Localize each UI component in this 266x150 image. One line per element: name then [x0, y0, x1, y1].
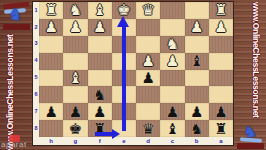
piece-white-pawn: ♟ — [44, 19, 57, 35]
square-a8: ♜ — [209, 120, 233, 137]
square-g1: ♞ — [63, 2, 87, 19]
square-f3 — [88, 36, 112, 53]
square-b8: ♞ — [185, 120, 209, 137]
aparat-watermark: aparat — [1, 140, 27, 149]
square-b4: ♝ — [185, 53, 209, 70]
square-h5 — [39, 70, 63, 87]
square-a1: ♜ — [209, 2, 233, 19]
square-a6 — [209, 86, 233, 103]
square-b3 — [185, 36, 209, 53]
square-g8: ♚ — [63, 120, 87, 137]
square-g7: ♟ — [63, 103, 87, 120]
piece-black-pawn: ♟ — [69, 104, 82, 120]
chess-lessons-logo-bottom: ♞ — [233, 120, 266, 150]
square-d8: ♛ — [136, 120, 160, 137]
square-g3 — [63, 36, 87, 53]
square-h1: ♜ — [39, 2, 63, 19]
square-a3 — [209, 36, 233, 53]
square-h2: ♟ — [39, 19, 63, 36]
file-label-a: a — [209, 137, 233, 145]
piece-black-bishop: ♝ — [190, 53, 203, 69]
piece-white-pawn: ♟ — [190, 19, 203, 35]
square-d4: ♟ — [136, 53, 160, 70]
piece-black-pawn: ♟ — [214, 104, 227, 120]
file-label-c: c — [160, 137, 184, 145]
square-d3 — [136, 36, 160, 53]
square-c4: ♟ — [160, 53, 184, 70]
piece-white-pawn: ♟ — [141, 53, 154, 69]
piece-black-pawn: ♟ — [166, 104, 179, 120]
rook-move-arrow-shaft — [95, 132, 112, 136]
piece-white-knight: ♞ — [166, 36, 179, 52]
logo-base — [237, 143, 264, 149]
chess-board-frame: 12345678 ♜♞♝♚♛♜♟♟♟♟♟♞♟♟♝♝♟♞♟♟♟♟♟♟♚♜♛♝♞♜ … — [32, 1, 234, 146]
square-g4 — [63, 53, 87, 70]
square-f7: ♟ — [88, 103, 112, 120]
square-d2 — [136, 19, 160, 36]
square-b7: ♟ — [185, 103, 209, 120]
file-label-f: f — [88, 137, 112, 145]
piece-white-rook: ♜ — [44, 3, 57, 19]
square-c8: ♝ — [160, 120, 184, 137]
piece-white-knight: ♞ — [69, 3, 82, 19]
square-h4 — [39, 53, 63, 70]
chess-lessons-logo: ♞ — [0, 0, 33, 32]
piece-white-rook: ♜ — [214, 3, 227, 19]
piece-black-bishop: ♝ — [166, 121, 179, 137]
square-a4 — [209, 53, 233, 70]
square-c2 — [160, 19, 184, 36]
square-a5 — [209, 70, 233, 87]
file-label-h: h — [39, 137, 63, 145]
square-f2: ♟ — [88, 19, 112, 36]
square-c3: ♞ — [160, 36, 184, 53]
square-f4 — [88, 53, 112, 70]
square-g6 — [63, 86, 87, 103]
piece-black-pawn: ♟ — [93, 104, 106, 120]
left-watermark-text: www.OnlineChessLessons.net — [3, 30, 17, 150]
piece-white-pawn: ♟ — [93, 19, 106, 35]
piece-black-pawn: ♟ — [190, 104, 203, 120]
square-f5 — [88, 70, 112, 87]
right-watermark-text: www.OnlineChessLessons.net — [249, 2, 263, 122]
video-frame: ♞ www.OnlineChessLessons.net 12345678 ♜♞… — [0, 0, 266, 150]
piece-black-queen: ♛ — [141, 121, 154, 137]
piece-black-knight: ♞ — [93, 87, 106, 103]
square-c1 — [160, 2, 184, 19]
piece-white-queen: ♛ — [141, 3, 154, 19]
square-a2: ♟ — [209, 19, 233, 36]
piece-white-bishop: ♝ — [69, 70, 82, 86]
logo-lying-piece — [240, 137, 262, 143]
file-label-b: b — [185, 137, 209, 145]
piece-black-knight: ♞ — [190, 121, 203, 137]
square-d6 — [136, 86, 160, 103]
piece-black-pawn: ♟ — [44, 104, 57, 120]
knight-logo-icon: ♞ — [6, 5, 24, 25]
square-g5: ♝ — [63, 70, 87, 87]
square-h7: ♟ — [39, 103, 63, 120]
piece-white-pawn: ♟ — [166, 53, 179, 69]
piece-black-king: ♚ — [69, 121, 82, 137]
square-b2: ♟ — [185, 19, 209, 36]
piece-black-pawn: ♟ — [141, 70, 154, 86]
chess-board: ♜♞♝♚♛♜♟♟♟♟♟♞♟♟♝♝♟♞♟♟♟♟♟♟♚♜♛♝♞♜ — [39, 2, 233, 137]
square-d7 — [136, 103, 160, 120]
square-c5 — [160, 70, 184, 87]
square-d5: ♟ — [136, 70, 160, 87]
square-g2: ♟ — [63, 19, 87, 36]
file-label-d: d — [136, 137, 160, 145]
file-labels: hgfedcba — [39, 137, 233, 145]
piece-white-bishop: ♝ — [93, 3, 106, 19]
file-label-g: g — [63, 137, 87, 145]
square-c7: ♟ — [160, 103, 184, 120]
piece-white-pawn: ♟ — [69, 19, 82, 35]
square-a7: ♟ — [209, 103, 233, 120]
square-d1: ♛ — [136, 2, 160, 19]
e-file-attack-arrow-head — [117, 16, 129, 27]
square-b6 — [185, 86, 209, 103]
square-f6: ♞ — [88, 86, 112, 103]
square-b5 — [185, 70, 209, 87]
square-c6 — [160, 86, 184, 103]
square-h6 — [39, 86, 63, 103]
square-h8 — [39, 120, 63, 137]
e-file-attack-arrow-shaft — [122, 26, 127, 131]
square-h3 — [39, 36, 63, 53]
square-f1: ♝ — [88, 2, 112, 19]
piece-black-rook: ♜ — [214, 121, 227, 137]
rook-move-arrow-head — [112, 129, 120, 139]
square-b1 — [185, 2, 209, 19]
piece-white-pawn: ♟ — [214, 19, 227, 35]
